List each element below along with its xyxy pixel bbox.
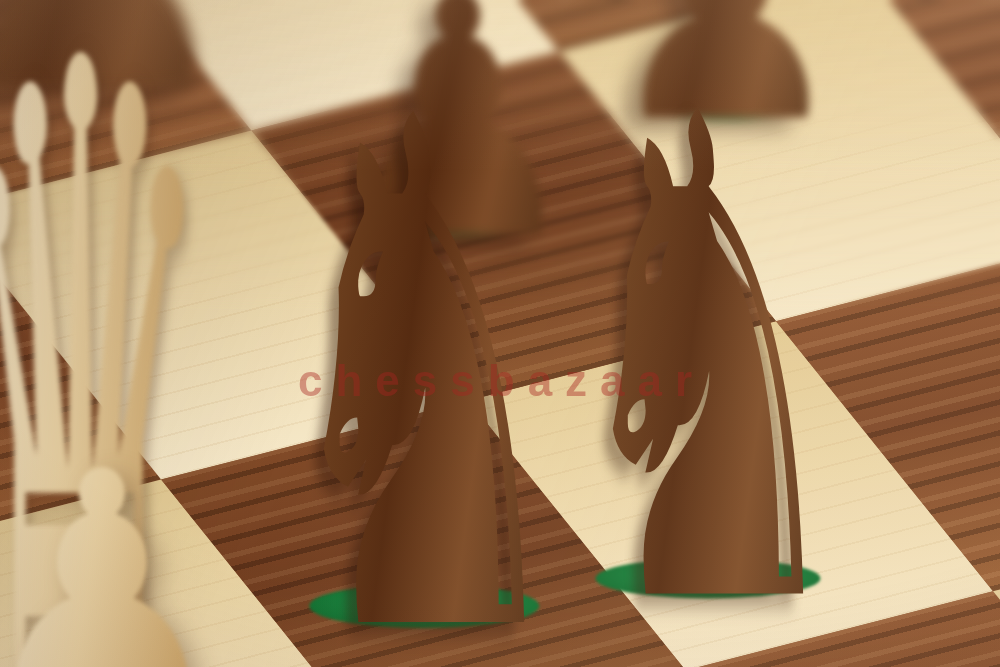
white-pawn-foreground: ♟ [0, 429, 250, 667]
pieces-layer: ♛♟♞♞♟♟♟ [0, 0, 1000, 667]
white-pawn-glyph: ♟ [0, 429, 232, 667]
photo-stage: ♛♟♞♞♟♟♟ chessbazaar [0, 0, 1000, 667]
